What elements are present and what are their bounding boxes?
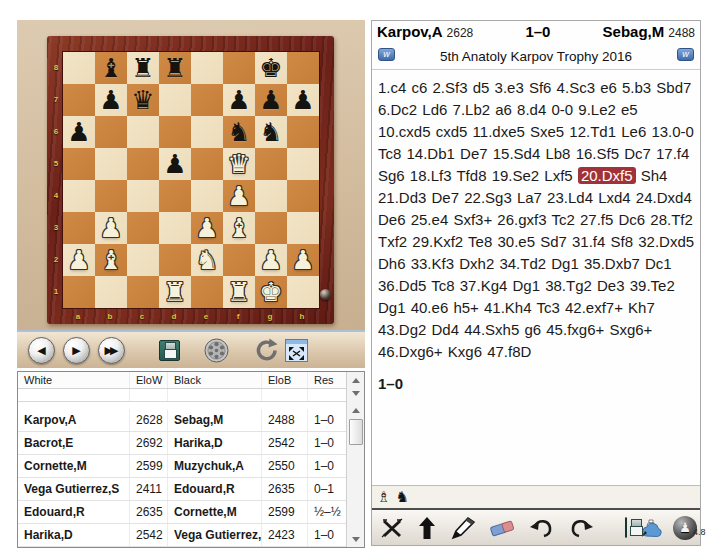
black-king[interactable]: ♚ — [259, 52, 282, 84]
board-square-h7[interactable]: ♟ — [287, 84, 319, 116]
double-arrow-icon: ▶▶ — [105, 344, 116, 357]
board-square-c6[interactable] — [127, 116, 159, 148]
board-square-d3[interactable] — [159, 212, 191, 244]
rank-label-3: 3 — [52, 223, 60, 232]
cell-black-elo[interactable]: 2635 — [261, 478, 307, 500]
cell-black-elo[interactable]: 2423 — [261, 524, 307, 546]
cell-white-elo[interactable]: 2542 — [129, 524, 167, 546]
file-label-e: e — [190, 312, 222, 321]
cell-black-elo[interactable]: 2488 — [261, 409, 307, 431]
cell-white-player[interactable]: Cornette,M — [18, 455, 129, 477]
board-square-b6[interactable] — [95, 116, 127, 148]
board-square-e4[interactable] — [191, 180, 223, 212]
column-header-black[interactable]: Black — [167, 372, 261, 388]
board-square-c7[interactable]: ♛ — [127, 84, 159, 116]
board-square-h8[interactable] — [287, 52, 319, 84]
board-square-c5[interactable] — [127, 148, 159, 180]
web-icon[interactable]: w — [378, 48, 395, 61]
annotation-toolbar: ♟ 4.8 — [372, 508, 700, 545]
file-label-a: a — [62, 312, 94, 321]
rank-label-8: 8 — [52, 63, 60, 72]
cell-white-elo[interactable]: 2692 — [129, 432, 167, 454]
rotate-arrow-icon — [253, 337, 280, 364]
media-reel-button[interactable] — [202, 337, 230, 363]
fast-forward-button[interactable]: ▶▶ — [98, 337, 125, 364]
file-label-c: c — [126, 312, 158, 321]
cell-white-player[interactable]: Bacrot,E — [18, 432, 129, 454]
board-square-e1[interactable] — [191, 276, 223, 308]
previous-move-button[interactable]: ◀ — [28, 337, 55, 364]
engine-button[interactable]: ♟ 4.8 — [673, 516, 706, 540]
cell-black-elo[interactable]: 2542 — [261, 432, 307, 454]
board-square-f3[interactable]: ♝ — [223, 212, 255, 244]
board-square-g2[interactable]: ♟ — [255, 244, 287, 276]
black-pawn[interactable]: ♟ — [99, 84, 122, 116]
board-square-d8[interactable]: ♜ — [159, 52, 191, 84]
board-square-a5[interactable] — [63, 148, 95, 180]
cell-result[interactable]: 1–0 — [307, 455, 346, 477]
white-pawn[interactable]: ♟ — [259, 244, 282, 276]
board-square-f2[interactable] — [223, 244, 255, 276]
black-pawn[interactable]: ♟ — [67, 116, 90, 148]
games-table-rows: Karpov,A2628Sebag,M24881–0Bacrot,E2692Ha… — [18, 409, 346, 547]
filter-row[interactable] — [18, 389, 346, 402]
file-label-b: b — [94, 312, 126, 321]
table-scrollbar[interactable] — [346, 372, 364, 547]
board-square-h6[interactable] — [287, 116, 319, 148]
current-move[interactable]: 20.Dxf5 — [578, 167, 636, 184]
white-bishop-icon: ♗ — [377, 490, 390, 505]
board-square-h4[interactable] — [287, 180, 319, 212]
fullscreen-icon — [285, 339, 308, 362]
board-square-d1[interactable]: ♜ — [159, 276, 191, 308]
cell-black-elo[interactable]: 2550 — [261, 455, 307, 477]
undo-button[interactable] — [529, 515, 555, 541]
black-player-elo: 2488 — [668, 26, 695, 40]
eraser-icon — [489, 517, 516, 539]
result-text: 1–0 — [378, 373, 695, 395]
board-square-g1[interactable]: ♚ — [255, 276, 287, 308]
board-square-f8[interactable] — [223, 52, 255, 84]
board-square-c1[interactable] — [127, 276, 159, 308]
eraser-button[interactable] — [489, 515, 516, 541]
board-square-c2[interactable] — [127, 244, 159, 276]
black-pawn[interactable]: ♟ — [227, 84, 250, 116]
board-square-g3[interactable] — [255, 212, 287, 244]
next-move-button[interactable]: ▶ — [63, 337, 90, 364]
white-player-elo: 2628 — [447, 26, 474, 40]
delete-annotations-button[interactable] — [380, 515, 404, 541]
board-square-g6[interactable]: ♞ — [255, 116, 287, 148]
pen-button[interactable] — [450, 515, 476, 541]
crossed-out-icon — [380, 516, 404, 540]
black-rook[interactable]: ♜ — [131, 52, 154, 84]
game-result: 1–0 — [473, 23, 602, 40]
white-pawn[interactable]: ♟ — [291, 244, 314, 276]
black-pawn[interactable]: ♟ — [163, 148, 186, 180]
board-square-c4[interactable] — [127, 180, 159, 212]
games-table: White EloW Black EloB Res Karpov,A2628Se… — [17, 371, 365, 548]
moves-after[interactable]: Sh4 21.Dd3 De7 22.Sg3 La7 23.Ld4 Lxd4 24… — [378, 167, 694, 360]
rank-label-5: 5 — [52, 159, 60, 168]
board-square-a6[interactable]: ♟ — [63, 116, 95, 148]
cell-black-player[interactable]: Muzychuk,A — [167, 455, 261, 477]
white-pawn[interactable]: ♟ — [227, 180, 250, 212]
scroll-down-icon[interactable] — [352, 391, 360, 396]
file-label-g: g — [254, 312, 286, 321]
board-square-a2[interactable]: ♟ — [63, 244, 95, 276]
chess-board[interactable]: ♝♜♜♚♟♛♟♟♟♟♞♞♟♛♟♟♟♝♟♝♞♟♟♜♜♚ — [62, 51, 320, 309]
board-square-h5[interactable] — [287, 148, 319, 180]
cell-white-player[interactable]: Karpov,A — [18, 409, 129, 431]
cell-white-player[interactable]: Harika,D — [18, 524, 129, 546]
board-square-b2[interactable]: ♝ — [95, 244, 127, 276]
board-square-g5[interactable] — [255, 148, 287, 180]
move-list[interactable]: 1.c4 c6 2.Sf3 d5 3.e3 Sf6 4.Sc3 e6 5.b3 … — [372, 70, 700, 485]
board-square-c8[interactable]: ♜ — [127, 52, 159, 84]
cell-white-player[interactable]: Vega Gutierrez,S — [18, 478, 129, 500]
cell-black-player[interactable]: Vega Gutierrez,S — [167, 524, 261, 546]
white-bishop[interactable]: ♝ — [227, 212, 250, 244]
board-square-h2[interactable]: ♟ — [287, 244, 319, 276]
cell-white-player[interactable]: Edouard,R — [18, 501, 129, 523]
film-reel-icon — [204, 338, 229, 363]
board-square-f5[interactable]: ♛ — [223, 148, 255, 180]
redo-button[interactable] — [568, 515, 594, 541]
board-square-f6[interactable]: ♞ — [223, 116, 255, 148]
board-square-a4[interactable] — [63, 180, 95, 212]
board-square-d6[interactable] — [159, 116, 191, 148]
board-square-b1[interactable] — [95, 276, 127, 308]
cell-result[interactable]: 1–0 — [307, 524, 346, 546]
black-player-name[interactable]: Sebag,M — [603, 23, 665, 40]
column-header-res[interactable]: Res — [307, 372, 346, 388]
black-pawn[interactable]: ♟ — [291, 84, 314, 116]
arrow-right-icon: ▶ — [72, 344, 80, 357]
white-pawn[interactable]: ♟ — [99, 212, 122, 244]
board-square-d2[interactable] — [159, 244, 191, 276]
board-square-d7[interactable] — [159, 84, 191, 116]
arrow-left-icon: ◀ — [37, 344, 45, 357]
cell-black-player[interactable]: Cornette,M — [167, 501, 261, 523]
scroll-up-icon[interactable] — [352, 408, 360, 413]
board-square-g7[interactable]: ♟ — [255, 84, 287, 116]
board-square-a8[interactable] — [63, 52, 95, 84]
table-row[interactable]: Bacrot,E2692Harika,D25421–0 — [18, 432, 346, 455]
cell-result[interactable]: 1–0 — [307, 409, 346, 431]
save-button[interactable] — [625, 517, 627, 538]
cell-black-player[interactable]: Harika,D — [167, 432, 261, 454]
save-game-button[interactable] — [159, 340, 180, 361]
board-square-e6[interactable] — [191, 116, 223, 148]
white-pawn[interactable]: ♟ — [195, 212, 218, 244]
cell-white-elo[interactable]: 2411 — [129, 478, 167, 500]
cloud-button[interactable] — [639, 515, 667, 541]
event-name[interactable]: 5th Anatoly Karpov Trophy 2016 — [440, 49, 632, 64]
board-square-h1[interactable] — [287, 276, 319, 308]
board-square-f7[interactable]: ♟ — [223, 84, 255, 116]
file-label-f: f — [222, 312, 254, 321]
board-square-d5[interactable]: ♟ — [159, 148, 191, 180]
board-square-b5[interactable] — [95, 148, 127, 180]
board-square-f4[interactable]: ♟ — [223, 180, 255, 212]
white-bishop[interactable]: ♝ — [99, 244, 122, 276]
black-rook[interactable]: ♜ — [163, 52, 186, 84]
board-square-g4[interactable] — [255, 180, 287, 212]
table-row[interactable]: Edouard,R2635Cornette,M2599½–½ — [18, 501, 346, 524]
rank-label-6: 6 — [52, 127, 60, 136]
table-row[interactable]: Cornette,M2599Muzychuk,A25501–0 — [18, 455, 346, 478]
board-square-e8[interactable] — [191, 52, 223, 84]
board-square-c3[interactable] — [127, 212, 159, 244]
scroll-down-icon[interactable] — [352, 537, 360, 542]
white-rook[interactable]: ♜ — [163, 276, 186, 308]
cell-white-elo[interactable]: 2599 — [129, 455, 167, 477]
cell-black-player[interactable]: Sebag,M — [167, 409, 261, 431]
redo-arrow-icon — [568, 517, 594, 539]
black-pawn[interactable]: ♟ — [259, 84, 282, 116]
board-square-b7[interactable]: ♟ — [95, 84, 127, 116]
board-square-b4[interactable] — [95, 180, 127, 212]
table-row[interactable]: Harika,D2542Vega Gutierrez,S24231–0 — [18, 524, 346, 547]
board-square-b3[interactable]: ♟ — [95, 212, 127, 244]
cell-result[interactable]: 0–1 — [307, 478, 346, 500]
board-square-e3[interactable]: ♟ — [191, 212, 223, 244]
file-label-d: d — [158, 312, 190, 321]
board-square-g8[interactable]: ♚ — [255, 52, 287, 84]
black-queen[interactable]: ♛ — [131, 84, 154, 116]
board-square-a7[interactable] — [63, 84, 95, 116]
white-rook[interactable]: ♜ — [227, 276, 250, 308]
board-square-e7[interactable] — [191, 84, 223, 116]
white-pawn[interactable]: ♟ — [67, 244, 90, 276]
rank-label-7: 7 — [52, 95, 60, 104]
black-bishop[interactable]: ♝ — [99, 52, 122, 84]
table-spacer — [18, 402, 346, 409]
cell-result[interactable]: ½–½ — [307, 501, 346, 523]
cloud-icon — [639, 516, 667, 540]
notation-panel: Karpov,A 2628 1–0 Sebag,M 2488 w 5th Ana… — [371, 20, 701, 546]
cell-white-elo[interactable]: 2635 — [129, 501, 167, 523]
rotate-button[interactable] — [252, 337, 280, 363]
board-square-b8[interactable]: ♝ — [95, 52, 127, 84]
scroll-up-icon[interactable] — [352, 378, 360, 383]
board-square-d4[interactable] — [159, 180, 191, 212]
chess-app-window: ♝♜♜♚♟♛♟♟♟♟♞♞♟♛♟♟♟♝♟♝♞♟♟♜♜♚ 87654321 abcd… — [0, 0, 715, 559]
board-square-h3[interactable] — [287, 212, 319, 244]
cell-white-elo[interactable]: 2628 — [129, 409, 167, 431]
column-header-white[interactable]: White — [18, 372, 129, 388]
undo-arrow-icon — [529, 517, 555, 539]
column-header-elob[interactable]: EloB — [261, 372, 307, 388]
column-header-elow[interactable]: EloW — [129, 372, 167, 388]
black-knight[interactable]: ♞ — [259, 116, 282, 148]
board-square-e2[interactable]: ♞ — [191, 244, 223, 276]
navigation-toolbar: ◀ ▶ ▶▶ — [17, 330, 365, 368]
table-row[interactable]: Vega Gutierrez,S2411Edouard,R26350–1 — [18, 478, 346, 501]
file-label-h: h — [286, 312, 318, 321]
rank-label-1: 1 — [52, 287, 60, 296]
cell-black-player[interactable]: Edouard,R — [167, 478, 261, 500]
board-square-a3[interactable] — [63, 212, 95, 244]
up-arrow-icon — [417, 516, 437, 540]
engine-version: 4.8 — [693, 527, 706, 537]
scroll-thumb[interactable] — [349, 419, 363, 445]
games-table-main: White EloW Black EloB Res Karpov,A2628Se… — [18, 372, 346, 547]
game-header: Karpov,A 2628 1–0 Sebag,M 2488 w 5th Ana… — [372, 21, 700, 70]
games-table-header[interactable]: White EloW Black EloB Res — [18, 372, 346, 389]
rank-label-2: 2 — [52, 255, 60, 264]
promote-variation-button[interactable] — [417, 515, 437, 541]
pen-icon — [450, 516, 476, 540]
board-square-e5[interactable] — [191, 148, 223, 180]
white-king[interactable]: ♚ — [259, 276, 282, 308]
cell-result[interactable]: 1–0 — [307, 432, 346, 454]
board-knob — [320, 289, 331, 300]
board-frame: ♝♜♜♚♟♛♟♟♟♟♞♞♟♛♟♟♟♝♟♝♞♟♟♜♜♚ 87654321 abcd… — [47, 36, 334, 324]
white-player-name[interactable]: Karpov,A — [377, 23, 443, 40]
white-queen[interactable]: ♛ — [227, 148, 250, 180]
cell-black-elo[interactable]: 2599 — [261, 501, 307, 523]
fullscreen-button[interactable] — [282, 337, 310, 363]
material-strip: ♗ ♞ — [372, 485, 700, 508]
white-knight[interactable]: ♞ — [195, 244, 218, 276]
board-area: ♝♜♜♚♟♛♟♟♟♟♞♞♟♛♟♟♟♝♟♝♞♟♟♜♜♚ 87654321 abcd… — [17, 20, 365, 330]
black-knight[interactable]: ♞ — [227, 116, 250, 148]
board-square-a1[interactable] — [63, 276, 95, 308]
rank-label-4: 4 — [52, 191, 60, 200]
board-square-f1[interactable]: ♜ — [223, 276, 255, 308]
black-knight-icon: ♞ — [395, 490, 408, 505]
web-icon[interactable]: w — [677, 48, 694, 61]
board-panel: ♝♜♜♚♟♛♟♟♟♟♞♞♟♛♟♟♟♝♟♝♞♟♟♜♜♚ 87654321 abcd… — [17, 20, 365, 548]
table-row[interactable]: Karpov,A2628Sebag,M24881–0 — [18, 409, 346, 432]
